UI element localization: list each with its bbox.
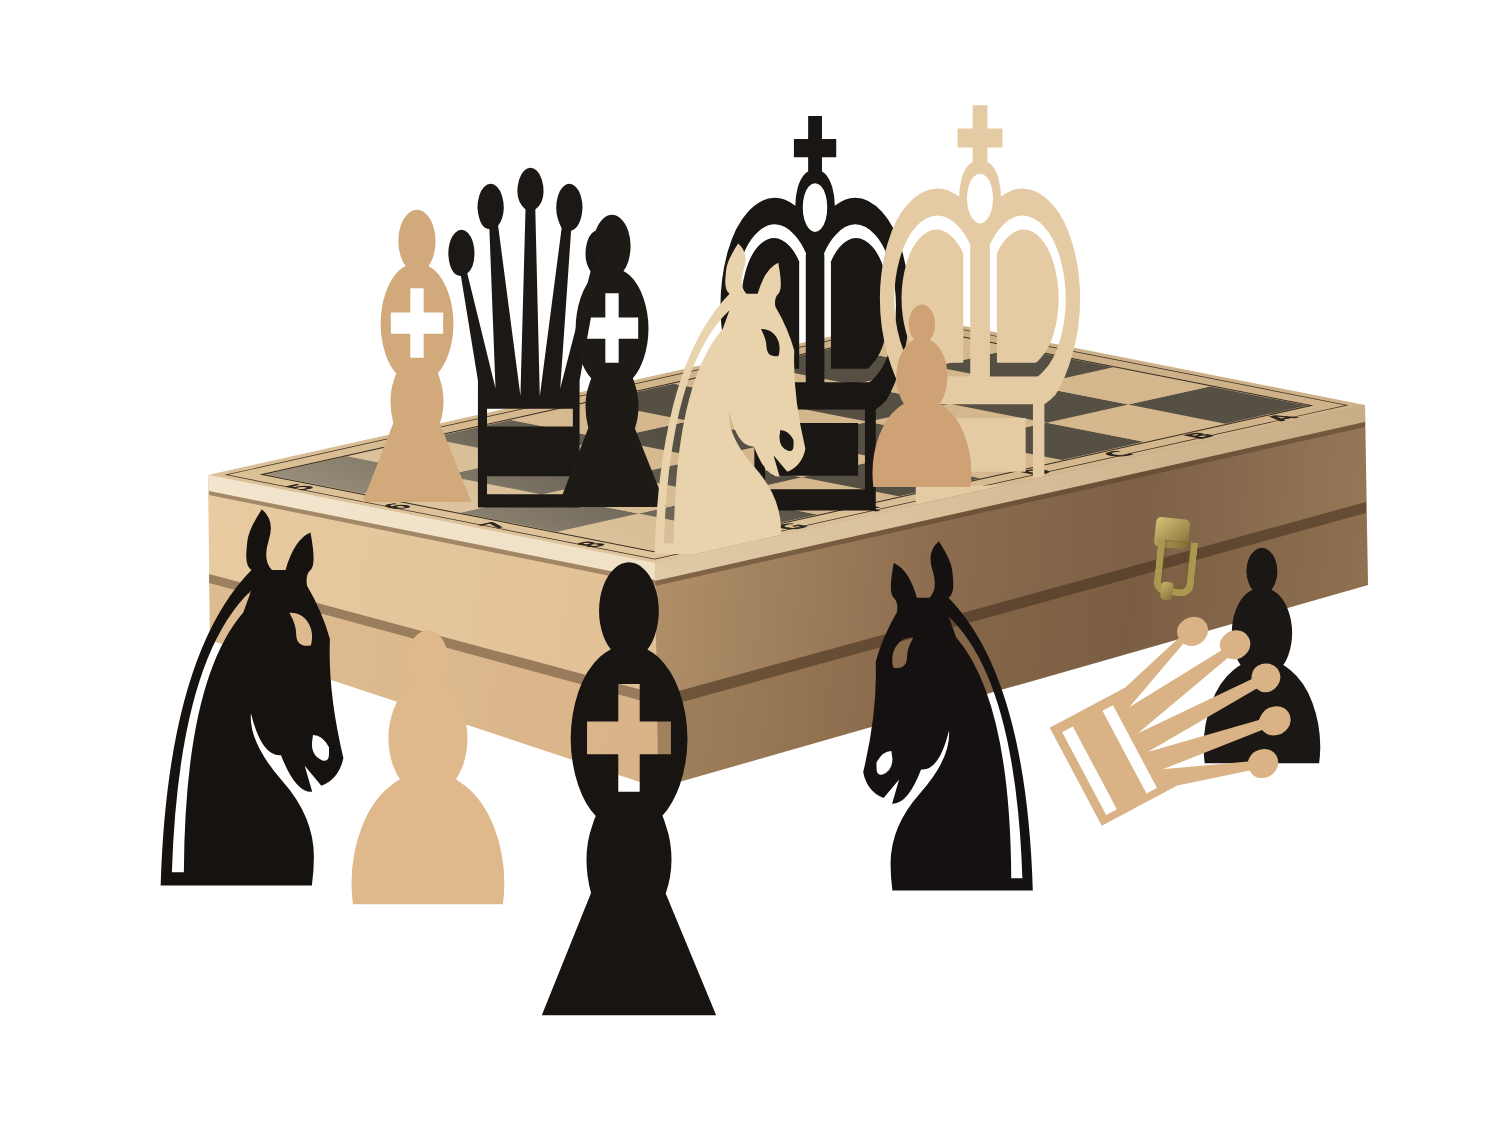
photo-background: 8765 HGFEDCBA ♝ ♛ ♝ ♞ ♚ ♟ ♚ ♞ ♟ ♝ ♞ ♛ ♟ <box>0 0 1500 1125</box>
black-bishop-table-piece: ♝ <box>462 491 795 1111</box>
